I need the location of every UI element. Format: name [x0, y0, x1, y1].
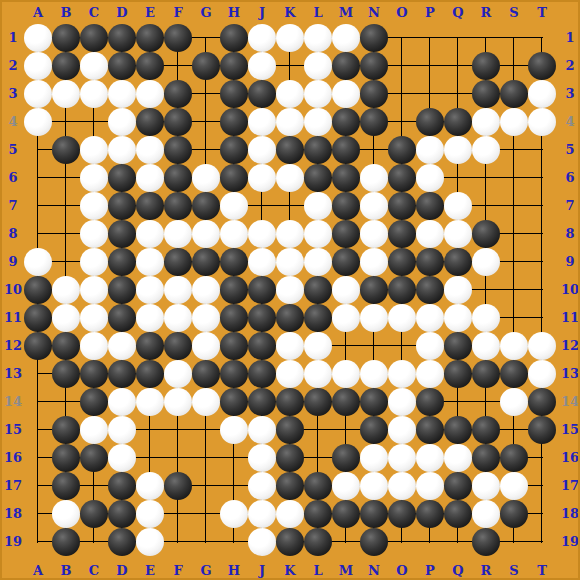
intersection-P11[interactable]	[416, 304, 444, 332]
intersection-A18[interactable]	[24, 500, 52, 528]
intersection-L7[interactable]	[304, 192, 332, 220]
intersection-O2[interactable]	[388, 52, 416, 80]
intersection-K14[interactable]	[276, 388, 304, 416]
intersection-M18[interactable]	[332, 500, 360, 528]
intersection-O4[interactable]	[388, 108, 416, 136]
intersection-D16[interactable]	[108, 444, 136, 472]
intersection-M13[interactable]	[332, 360, 360, 388]
intersection-T6[interactable]	[528, 164, 556, 192]
intersection-M10[interactable]	[332, 276, 360, 304]
intersection-O10[interactable]	[388, 276, 416, 304]
intersection-E2[interactable]	[136, 52, 164, 80]
intersection-O19[interactable]	[388, 528, 416, 556]
intersection-T17[interactable]	[528, 472, 556, 500]
intersection-J13[interactable]	[248, 360, 276, 388]
intersection-C16[interactable]	[80, 444, 108, 472]
intersection-F5[interactable]	[164, 136, 192, 164]
intersection-D8[interactable]	[108, 220, 136, 248]
intersection-Q17[interactable]	[444, 472, 472, 500]
intersection-D19[interactable]	[108, 528, 136, 556]
intersection-F9[interactable]	[164, 248, 192, 276]
intersection-R1[interactable]	[472, 24, 500, 52]
intersection-T10[interactable]	[528, 276, 556, 304]
intersection-O11[interactable]	[388, 304, 416, 332]
intersection-C14[interactable]	[80, 388, 108, 416]
intersection-S1[interactable]	[500, 24, 528, 52]
intersection-O9[interactable]	[388, 248, 416, 276]
intersection-Q12[interactable]	[444, 332, 472, 360]
intersection-F18[interactable]	[164, 500, 192, 528]
intersection-Q18[interactable]	[444, 500, 472, 528]
intersection-N12[interactable]	[360, 332, 388, 360]
intersection-T13[interactable]	[528, 360, 556, 388]
intersection-G8[interactable]	[192, 220, 220, 248]
intersection-L15[interactable]	[304, 416, 332, 444]
intersection-Q1[interactable]	[444, 24, 472, 52]
intersection-M15[interactable]	[332, 416, 360, 444]
intersection-M11[interactable]	[332, 304, 360, 332]
intersection-L11[interactable]	[304, 304, 332, 332]
intersection-H3[interactable]	[220, 80, 248, 108]
intersection-T2[interactable]	[528, 52, 556, 80]
intersection-O12[interactable]	[388, 332, 416, 360]
intersection-B15[interactable]	[52, 416, 80, 444]
intersection-T18[interactable]	[528, 500, 556, 528]
intersection-L16[interactable]	[304, 444, 332, 472]
intersection-F12[interactable]	[164, 332, 192, 360]
intersection-T11[interactable]	[528, 304, 556, 332]
intersection-F1[interactable]	[164, 24, 192, 52]
intersection-F15[interactable]	[164, 416, 192, 444]
intersection-E10[interactable]	[136, 276, 164, 304]
intersection-E11[interactable]	[136, 304, 164, 332]
intersection-R19[interactable]	[472, 528, 500, 556]
intersection-F3[interactable]	[164, 80, 192, 108]
intersection-A1[interactable]	[24, 24, 52, 52]
intersection-F14[interactable]	[164, 388, 192, 416]
intersection-B1[interactable]	[52, 24, 80, 52]
intersection-K13[interactable]	[276, 360, 304, 388]
intersection-G5[interactable]	[192, 136, 220, 164]
intersection-S8[interactable]	[500, 220, 528, 248]
intersection-R10[interactable]	[472, 276, 500, 304]
intersection-M7[interactable]	[332, 192, 360, 220]
intersection-R3[interactable]	[472, 80, 500, 108]
intersection-S9[interactable]	[500, 248, 528, 276]
intersection-N15[interactable]	[360, 416, 388, 444]
intersection-R14[interactable]	[472, 388, 500, 416]
intersection-S12[interactable]	[500, 332, 528, 360]
intersection-E7[interactable]	[136, 192, 164, 220]
intersection-Q2[interactable]	[444, 52, 472, 80]
intersection-B2[interactable]	[52, 52, 80, 80]
intersection-S7[interactable]	[500, 192, 528, 220]
intersection-K16[interactable]	[276, 444, 304, 472]
intersection-A4[interactable]	[24, 108, 52, 136]
intersection-P9[interactable]	[416, 248, 444, 276]
intersection-P8[interactable]	[416, 220, 444, 248]
intersection-B4[interactable]	[52, 108, 80, 136]
intersection-B8[interactable]	[52, 220, 80, 248]
intersection-T3[interactable]	[528, 80, 556, 108]
intersection-O6[interactable]	[388, 164, 416, 192]
intersection-A19[interactable]	[24, 528, 52, 556]
intersection-N19[interactable]	[360, 528, 388, 556]
intersection-S2[interactable]	[500, 52, 528, 80]
intersection-P19[interactable]	[416, 528, 444, 556]
intersection-J19[interactable]	[248, 528, 276, 556]
intersection-K9[interactable]	[276, 248, 304, 276]
intersection-M16[interactable]	[332, 444, 360, 472]
intersection-F13[interactable]	[164, 360, 192, 388]
intersection-A17[interactable]	[24, 472, 52, 500]
intersection-O17[interactable]	[388, 472, 416, 500]
intersection-C17[interactable]	[80, 472, 108, 500]
intersection-M1[interactable]	[332, 24, 360, 52]
intersection-F16[interactable]	[164, 444, 192, 472]
intersection-R11[interactable]	[472, 304, 500, 332]
intersection-R17[interactable]	[472, 472, 500, 500]
intersection-M3[interactable]	[332, 80, 360, 108]
intersection-D18[interactable]	[108, 500, 136, 528]
intersection-N8[interactable]	[360, 220, 388, 248]
intersection-D15[interactable]	[108, 416, 136, 444]
intersection-M17[interactable]	[332, 472, 360, 500]
intersection-K5[interactable]	[276, 136, 304, 164]
intersection-N4[interactable]	[360, 108, 388, 136]
intersection-P10[interactable]	[416, 276, 444, 304]
intersection-K8[interactable]	[276, 220, 304, 248]
intersection-L18[interactable]	[304, 500, 332, 528]
intersection-A10[interactable]	[24, 276, 52, 304]
intersection-S14[interactable]	[500, 388, 528, 416]
intersection-T9[interactable]	[528, 248, 556, 276]
intersection-P6[interactable]	[416, 164, 444, 192]
intersection-B17[interactable]	[52, 472, 80, 500]
intersection-R4[interactable]	[472, 108, 500, 136]
intersection-G14[interactable]	[192, 388, 220, 416]
intersection-P17[interactable]	[416, 472, 444, 500]
intersection-Q6[interactable]	[444, 164, 472, 192]
intersection-E13[interactable]	[136, 360, 164, 388]
intersection-N11[interactable]	[360, 304, 388, 332]
intersection-C19[interactable]	[80, 528, 108, 556]
intersection-H2[interactable]	[220, 52, 248, 80]
intersection-G10[interactable]	[192, 276, 220, 304]
intersection-G9[interactable]	[192, 248, 220, 276]
intersection-L17[interactable]	[304, 472, 332, 500]
intersection-F19[interactable]	[164, 528, 192, 556]
intersection-B3[interactable]	[52, 80, 80, 108]
intersection-E18[interactable]	[136, 500, 164, 528]
intersection-Q11[interactable]	[444, 304, 472, 332]
intersection-G1[interactable]	[192, 24, 220, 52]
intersection-K10[interactable]	[276, 276, 304, 304]
intersection-T14[interactable]	[528, 388, 556, 416]
intersection-R16[interactable]	[472, 444, 500, 472]
intersection-F4[interactable]	[164, 108, 192, 136]
intersection-T7[interactable]	[528, 192, 556, 220]
intersection-C1[interactable]	[80, 24, 108, 52]
intersection-P15[interactable]	[416, 416, 444, 444]
intersection-T12[interactable]	[528, 332, 556, 360]
intersection-J15[interactable]	[248, 416, 276, 444]
intersection-R8[interactable]	[472, 220, 500, 248]
intersection-J17[interactable]	[248, 472, 276, 500]
intersection-D9[interactable]	[108, 248, 136, 276]
intersection-B5[interactable]	[52, 136, 80, 164]
intersection-G15[interactable]	[192, 416, 220, 444]
intersection-C12[interactable]	[80, 332, 108, 360]
intersection-C6[interactable]	[80, 164, 108, 192]
intersection-L9[interactable]	[304, 248, 332, 276]
intersection-D13[interactable]	[108, 360, 136, 388]
intersection-M6[interactable]	[332, 164, 360, 192]
intersection-T4[interactable]	[528, 108, 556, 136]
intersection-G16[interactable]	[192, 444, 220, 472]
intersection-P5[interactable]	[416, 136, 444, 164]
intersection-A7[interactable]	[24, 192, 52, 220]
intersection-K11[interactable]	[276, 304, 304, 332]
intersection-H18[interactable]	[220, 500, 248, 528]
intersection-A5[interactable]	[24, 136, 52, 164]
intersection-S5[interactable]	[500, 136, 528, 164]
intersection-A13[interactable]	[24, 360, 52, 388]
intersection-Q9[interactable]	[444, 248, 472, 276]
intersection-A15[interactable]	[24, 416, 52, 444]
intersection-N6[interactable]	[360, 164, 388, 192]
intersection-Q4[interactable]	[444, 108, 472, 136]
intersection-K18[interactable]	[276, 500, 304, 528]
intersection-S11[interactable]	[500, 304, 528, 332]
intersection-H8[interactable]	[220, 220, 248, 248]
intersection-F8[interactable]	[164, 220, 192, 248]
intersection-H1[interactable]	[220, 24, 248, 52]
intersection-O3[interactable]	[388, 80, 416, 108]
intersection-E4[interactable]	[136, 108, 164, 136]
intersection-H6[interactable]	[220, 164, 248, 192]
intersection-N2[interactable]	[360, 52, 388, 80]
intersection-Q14[interactable]	[444, 388, 472, 416]
intersection-H17[interactable]	[220, 472, 248, 500]
intersection-B13[interactable]	[52, 360, 80, 388]
intersection-J7[interactable]	[248, 192, 276, 220]
intersection-O13[interactable]	[388, 360, 416, 388]
intersection-G7[interactable]	[192, 192, 220, 220]
intersection-G4[interactable]	[192, 108, 220, 136]
intersection-S13[interactable]	[500, 360, 528, 388]
intersection-K19[interactable]	[276, 528, 304, 556]
intersection-G12[interactable]	[192, 332, 220, 360]
intersection-G13[interactable]	[192, 360, 220, 388]
intersection-H13[interactable]	[220, 360, 248, 388]
intersection-P3[interactable]	[416, 80, 444, 108]
intersection-O8[interactable]	[388, 220, 416, 248]
intersection-J12[interactable]	[248, 332, 276, 360]
intersection-A14[interactable]	[24, 388, 52, 416]
intersection-E17[interactable]	[136, 472, 164, 500]
intersection-H4[interactable]	[220, 108, 248, 136]
intersection-T1[interactable]	[528, 24, 556, 52]
intersection-J11[interactable]	[248, 304, 276, 332]
intersection-S6[interactable]	[500, 164, 528, 192]
intersection-F17[interactable]	[164, 472, 192, 500]
intersection-K17[interactable]	[276, 472, 304, 500]
intersection-O15[interactable]	[388, 416, 416, 444]
intersection-F7[interactable]	[164, 192, 192, 220]
intersection-M19[interactable]	[332, 528, 360, 556]
intersection-R9[interactable]	[472, 248, 500, 276]
intersection-C11[interactable]	[80, 304, 108, 332]
intersection-P14[interactable]	[416, 388, 444, 416]
intersection-R12[interactable]	[472, 332, 500, 360]
intersection-Q10[interactable]	[444, 276, 472, 304]
intersection-H12[interactable]	[220, 332, 248, 360]
intersection-A16[interactable]	[24, 444, 52, 472]
intersection-J10[interactable]	[248, 276, 276, 304]
intersection-M8[interactable]	[332, 220, 360, 248]
intersection-O7[interactable]	[388, 192, 416, 220]
intersection-G19[interactable]	[192, 528, 220, 556]
intersection-O14[interactable]	[388, 388, 416, 416]
intersection-O18[interactable]	[388, 500, 416, 528]
intersection-J16[interactable]	[248, 444, 276, 472]
intersection-M5[interactable]	[332, 136, 360, 164]
intersection-P2[interactable]	[416, 52, 444, 80]
intersection-R6[interactable]	[472, 164, 500, 192]
intersection-C15[interactable]	[80, 416, 108, 444]
intersection-K12[interactable]	[276, 332, 304, 360]
intersection-G17[interactable]	[192, 472, 220, 500]
intersection-G2[interactable]	[192, 52, 220, 80]
intersection-R2[interactable]	[472, 52, 500, 80]
intersection-B11[interactable]	[52, 304, 80, 332]
intersection-A2[interactable]	[24, 52, 52, 80]
intersection-M14[interactable]	[332, 388, 360, 416]
intersection-G3[interactable]	[192, 80, 220, 108]
intersection-N18[interactable]	[360, 500, 388, 528]
intersection-N5[interactable]	[360, 136, 388, 164]
intersection-B16[interactable]	[52, 444, 80, 472]
intersection-L19[interactable]	[304, 528, 332, 556]
intersection-G6[interactable]	[192, 164, 220, 192]
intersection-S10[interactable]	[500, 276, 528, 304]
intersection-N1[interactable]	[360, 24, 388, 52]
intersection-H16[interactable]	[220, 444, 248, 472]
intersection-L13[interactable]	[304, 360, 332, 388]
intersection-B9[interactable]	[52, 248, 80, 276]
intersection-S3[interactable]	[500, 80, 528, 108]
intersection-D2[interactable]	[108, 52, 136, 80]
intersection-J9[interactable]	[248, 248, 276, 276]
intersection-H7[interactable]	[220, 192, 248, 220]
intersection-B7[interactable]	[52, 192, 80, 220]
intersection-E19[interactable]	[136, 528, 164, 556]
intersection-H10[interactable]	[220, 276, 248, 304]
intersection-R15[interactable]	[472, 416, 500, 444]
intersection-E14[interactable]	[136, 388, 164, 416]
intersection-M12[interactable]	[332, 332, 360, 360]
intersection-B14[interactable]	[52, 388, 80, 416]
intersection-S16[interactable]	[500, 444, 528, 472]
intersection-F6[interactable]	[164, 164, 192, 192]
intersection-D6[interactable]	[108, 164, 136, 192]
intersection-E5[interactable]	[136, 136, 164, 164]
intersection-E3[interactable]	[136, 80, 164, 108]
intersection-J18[interactable]	[248, 500, 276, 528]
intersection-K2[interactable]	[276, 52, 304, 80]
intersection-O5[interactable]	[388, 136, 416, 164]
intersection-G11[interactable]	[192, 304, 220, 332]
intersection-Q5[interactable]	[444, 136, 472, 164]
intersection-E1[interactable]	[136, 24, 164, 52]
intersection-C2[interactable]	[80, 52, 108, 80]
intersection-N10[interactable]	[360, 276, 388, 304]
intersection-A6[interactable]	[24, 164, 52, 192]
intersection-B19[interactable]	[52, 528, 80, 556]
intersection-H9[interactable]	[220, 248, 248, 276]
intersection-D3[interactable]	[108, 80, 136, 108]
intersection-C10[interactable]	[80, 276, 108, 304]
intersection-E8[interactable]	[136, 220, 164, 248]
intersection-L5[interactable]	[304, 136, 332, 164]
intersection-K15[interactable]	[276, 416, 304, 444]
intersection-R18[interactable]	[472, 500, 500, 528]
intersection-P13[interactable]	[416, 360, 444, 388]
intersection-R5[interactable]	[472, 136, 500, 164]
intersection-M9[interactable]	[332, 248, 360, 276]
intersection-D1[interactable]	[108, 24, 136, 52]
intersection-T15[interactable]	[528, 416, 556, 444]
intersection-S17[interactable]	[500, 472, 528, 500]
intersection-T5[interactable]	[528, 136, 556, 164]
intersection-F11[interactable]	[164, 304, 192, 332]
intersection-H15[interactable]	[220, 416, 248, 444]
intersection-Q8[interactable]	[444, 220, 472, 248]
intersection-N7[interactable]	[360, 192, 388, 220]
intersection-S4[interactable]	[500, 108, 528, 136]
intersection-A8[interactable]	[24, 220, 52, 248]
intersection-J1[interactable]	[248, 24, 276, 52]
intersection-L14[interactable]	[304, 388, 332, 416]
intersection-Q7[interactable]	[444, 192, 472, 220]
intersection-C8[interactable]	[80, 220, 108, 248]
intersection-T8[interactable]	[528, 220, 556, 248]
intersection-L6[interactable]	[304, 164, 332, 192]
intersection-J5[interactable]	[248, 136, 276, 164]
intersection-C13[interactable]	[80, 360, 108, 388]
intersection-J4[interactable]	[248, 108, 276, 136]
intersection-N9[interactable]	[360, 248, 388, 276]
intersection-O1[interactable]	[388, 24, 416, 52]
intersection-D12[interactable]	[108, 332, 136, 360]
intersection-F2[interactable]	[164, 52, 192, 80]
intersection-C18[interactable]	[80, 500, 108, 528]
intersection-Q15[interactable]	[444, 416, 472, 444]
intersection-E16[interactable]	[136, 444, 164, 472]
intersection-N14[interactable]	[360, 388, 388, 416]
intersection-O16[interactable]	[388, 444, 416, 472]
intersection-L2[interactable]	[304, 52, 332, 80]
intersection-S18[interactable]	[500, 500, 528, 528]
intersection-C7[interactable]	[80, 192, 108, 220]
intersection-P18[interactable]	[416, 500, 444, 528]
intersection-J8[interactable]	[248, 220, 276, 248]
intersection-K3[interactable]	[276, 80, 304, 108]
intersection-B12[interactable]	[52, 332, 80, 360]
intersection-P4[interactable]	[416, 108, 444, 136]
intersection-D11[interactable]	[108, 304, 136, 332]
